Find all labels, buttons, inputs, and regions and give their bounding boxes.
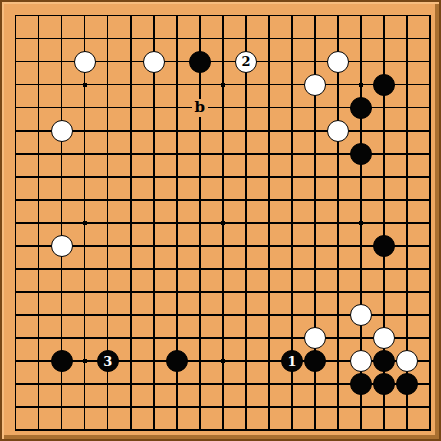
stone-white-q4 xyxy=(350,350,372,372)
stone-white-o16 xyxy=(304,74,326,96)
stone-white-d17 xyxy=(74,51,96,73)
stone-white-p14 xyxy=(327,120,349,142)
stone-black-q15 xyxy=(350,97,372,119)
stone-white-g17 xyxy=(143,51,165,73)
move-number: 3 xyxy=(103,355,112,368)
star-point xyxy=(83,359,87,363)
star-point xyxy=(221,221,225,225)
stone-black-c4 xyxy=(51,350,73,372)
stone-black-h4 xyxy=(166,350,188,372)
stone-black-s3 xyxy=(396,373,418,395)
star-point xyxy=(221,83,225,87)
star-point xyxy=(83,83,87,87)
star-point xyxy=(83,221,87,225)
stone-black-q13 xyxy=(350,143,372,165)
stone-black-r4 xyxy=(373,350,395,372)
stone-black-r16 xyxy=(373,74,395,96)
stone-white-r5 xyxy=(373,327,395,349)
stone-black-n4: 1 xyxy=(281,350,303,372)
stone-black-o4 xyxy=(304,350,326,372)
star-point xyxy=(221,359,225,363)
point-label-b: b xyxy=(192,99,208,117)
stone-white-p17 xyxy=(327,51,349,73)
stone-black-e4: 3 xyxy=(97,350,119,372)
stone-white-o5 xyxy=(304,327,326,349)
go-board: 231 b xyxy=(0,0,441,441)
stone-white-c9 xyxy=(51,235,73,257)
stone-white-l17: 2 xyxy=(235,51,257,73)
move-number: 1 xyxy=(287,355,296,368)
stone-black-r3 xyxy=(373,373,395,395)
stone-black-j17 xyxy=(189,51,211,73)
star-point xyxy=(359,221,363,225)
stone-black-r9 xyxy=(373,235,395,257)
stone-white-c14 xyxy=(51,120,73,142)
move-number: 2 xyxy=(241,55,250,68)
stone-white-s4 xyxy=(396,350,418,372)
stone-white-q6 xyxy=(350,304,372,326)
stone-black-q3 xyxy=(350,373,372,395)
star-point xyxy=(359,83,363,87)
